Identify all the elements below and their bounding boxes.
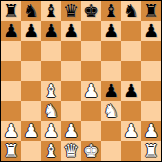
- square-b3[interactable]: [21, 101, 41, 121]
- square-g2[interactable]: ♟: [121, 121, 141, 141]
- square-f5[interactable]: [101, 61, 121, 81]
- square-e7[interactable]: [81, 21, 101, 41]
- square-g3[interactable]: [121, 101, 141, 121]
- square-c5[interactable]: [41, 61, 61, 81]
- square-d7[interactable]: ♟: [61, 21, 81, 41]
- black-rook[interactable]: ♜: [143, 1, 159, 21]
- white-bishop[interactable]: ♝: [43, 81, 59, 101]
- square-a7[interactable]: ♟: [1, 21, 21, 41]
- black-queen[interactable]: ♛: [63, 1, 79, 21]
- black-pawn[interactable]: ♟: [43, 21, 59, 41]
- square-f4[interactable]: ♟: [101, 81, 121, 101]
- square-b1[interactable]: [21, 141, 41, 161]
- white-pawn[interactable]: ♟: [143, 121, 159, 141]
- square-a4[interactable]: [1, 81, 21, 101]
- square-d6[interactable]: [61, 41, 81, 61]
- square-e1[interactable]: ♚: [81, 141, 101, 161]
- square-d5[interactable]: [61, 61, 81, 81]
- square-f8[interactable]: ♝: [101, 1, 121, 21]
- square-c2[interactable]: ♟: [41, 121, 61, 141]
- black-rook[interactable]: ♜: [3, 1, 19, 21]
- white-bishop[interactable]: ♝: [43, 141, 59, 161]
- square-d3[interactable]: [61, 101, 81, 121]
- square-h7[interactable]: ♟: [141, 21, 161, 41]
- white-queen[interactable]: ♛: [63, 141, 79, 161]
- square-e6[interactable]: [81, 41, 101, 61]
- square-e2[interactable]: [81, 121, 101, 141]
- black-pawn[interactable]: ♟: [63, 21, 79, 41]
- square-b8[interactable]: ♞: [21, 1, 41, 21]
- white-pawn[interactable]: ♟: [3, 121, 19, 141]
- square-b5[interactable]: [21, 61, 41, 81]
- square-f6[interactable]: [101, 41, 121, 61]
- white-pawn[interactable]: ♟: [123, 121, 139, 141]
- black-bishop[interactable]: ♝: [43, 1, 59, 21]
- black-pawn[interactable]: ♟: [103, 21, 119, 41]
- square-h5[interactable]: [141, 61, 161, 81]
- square-c6[interactable]: [41, 41, 61, 61]
- square-g6[interactable]: [121, 41, 141, 61]
- square-d4[interactable]: [61, 81, 81, 101]
- square-h8[interactable]: ♜: [141, 1, 161, 21]
- white-pawn[interactable]: ♟: [63, 121, 79, 141]
- square-h4[interactable]: [141, 81, 161, 101]
- square-a2[interactable]: ♟: [1, 121, 21, 141]
- square-c8[interactable]: ♝: [41, 1, 61, 21]
- square-a1[interactable]: ♜: [1, 141, 21, 161]
- square-h1[interactable]: ♜: [141, 141, 161, 161]
- square-e4[interactable]: ♟: [81, 81, 101, 101]
- square-a5[interactable]: [1, 61, 21, 81]
- black-pawn[interactable]: ♟: [103, 81, 119, 101]
- square-c4[interactable]: ♝: [41, 81, 61, 101]
- white-pawn[interactable]: ♟: [83, 81, 99, 101]
- square-d2[interactable]: ♟: [61, 121, 81, 141]
- square-c3[interactable]: ♞: [41, 101, 61, 121]
- square-e8[interactable]: ♚: [81, 1, 101, 21]
- square-a6[interactable]: [1, 41, 21, 61]
- square-b4[interactable]: [21, 81, 41, 101]
- square-g5[interactable]: [121, 61, 141, 81]
- square-f3[interactable]: ♞: [101, 101, 121, 121]
- square-d1[interactable]: ♛: [61, 141, 81, 161]
- square-e3[interactable]: [81, 101, 101, 121]
- square-b7[interactable]: ♟: [21, 21, 41, 41]
- square-e5[interactable]: [81, 61, 101, 81]
- chess-board: ♜♞♝♛♚♝♞♜♟♟♟♟♟♟♝♟♟♟♞♞♟♟♟♟♟♟♜♝♛♚♜: [0, 0, 162, 162]
- square-c7[interactable]: ♟: [41, 21, 61, 41]
- square-h6[interactable]: [141, 41, 161, 61]
- black-pawn[interactable]: ♟: [23, 21, 39, 41]
- white-knight[interactable]: ♞: [103, 101, 119, 121]
- white-pawn[interactable]: ♟: [43, 121, 59, 141]
- white-rook[interactable]: ♜: [3, 141, 19, 161]
- black-knight[interactable]: ♞: [23, 1, 39, 21]
- square-g4[interactable]: ♟: [121, 81, 141, 101]
- square-f1[interactable]: [101, 141, 121, 161]
- black-pawn[interactable]: ♟: [143, 21, 159, 41]
- white-rook[interactable]: ♜: [143, 141, 159, 161]
- square-b6[interactable]: [21, 41, 41, 61]
- square-a8[interactable]: ♜: [1, 1, 21, 21]
- white-pawn[interactable]: ♟: [23, 121, 39, 141]
- square-g7[interactable]: [121, 21, 141, 41]
- square-c1[interactable]: ♝: [41, 141, 61, 161]
- square-d8[interactable]: ♛: [61, 1, 81, 21]
- white-knight[interactable]: ♞: [43, 101, 59, 121]
- square-g1[interactable]: [121, 141, 141, 161]
- square-f7[interactable]: ♟: [101, 21, 121, 41]
- square-a3[interactable]: [1, 101, 21, 121]
- square-b2[interactable]: ♟: [21, 121, 41, 141]
- black-king[interactable]: ♚: [83, 1, 99, 21]
- black-bishop[interactable]: ♝: [103, 1, 119, 21]
- square-h3[interactable]: [141, 101, 161, 121]
- black-pawn[interactable]: ♟: [123, 81, 139, 101]
- square-f2[interactable]: [101, 121, 121, 141]
- black-pawn[interactable]: ♟: [3, 21, 19, 41]
- white-king[interactable]: ♚: [83, 141, 99, 161]
- square-h2[interactable]: ♟: [141, 121, 161, 141]
- square-g8[interactable]: ♞: [121, 1, 141, 21]
- black-knight[interactable]: ♞: [123, 1, 139, 21]
